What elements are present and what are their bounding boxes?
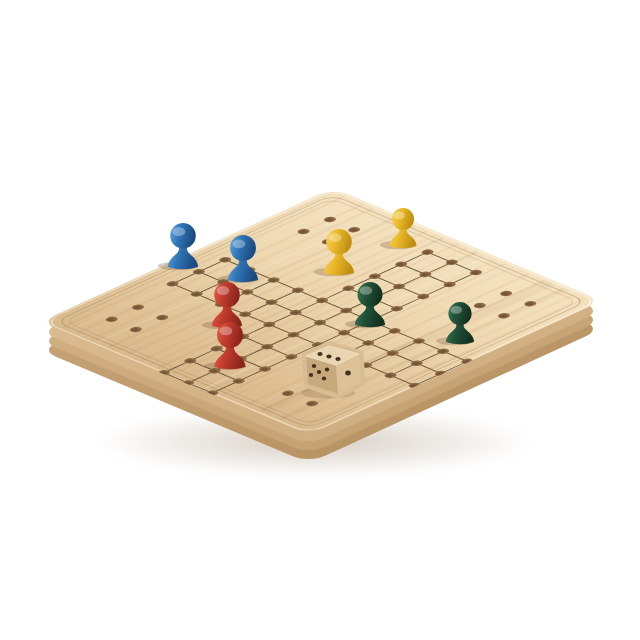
peg-blue-1[interactable] [158, 223, 199, 270]
peg-yellow-1[interactable] [314, 229, 355, 276]
peg-highlight [217, 286, 230, 295]
die-pip [317, 352, 322, 356]
peg-red-1[interactable] [202, 282, 243, 329]
peg-head [170, 223, 196, 249]
die-pip [335, 357, 340, 361]
peg-head [358, 282, 383, 307]
peg-head [326, 229, 352, 255]
peg-highlight [219, 326, 232, 335]
wooden-die[interactable] [301, 346, 361, 399]
product-photo-scene [0, 0, 640, 640]
pieces-layer [0, 0, 640, 640]
die-pip [325, 368, 329, 372]
peg-head [448, 302, 471, 325]
peg-green-2[interactable] [436, 302, 474, 345]
die-pip [312, 364, 316, 368]
peg-green-1[interactable] [345, 282, 386, 328]
peg-highlight [329, 233, 342, 242]
peg-highlight [232, 239, 245, 248]
peg-head [230, 235, 256, 261]
peg-head [214, 282, 240, 308]
die-pip [345, 371, 351, 376]
peg-red-2[interactable] [204, 322, 246, 370]
die-pip [322, 377, 326, 381]
peg-yellow-2[interactable] [380, 208, 417, 249]
peg-head [217, 322, 243, 348]
peg-highlight [360, 286, 372, 294]
die-pip [317, 370, 321, 374]
peg-blue-2[interactable] [218, 235, 259, 283]
peg-highlight [173, 227, 186, 236]
peg-highlight [450, 306, 462, 314]
die-pip [309, 373, 313, 377]
die-pip [326, 355, 331, 359]
peg-head [392, 208, 414, 230]
peg-highlight [394, 212, 405, 219]
